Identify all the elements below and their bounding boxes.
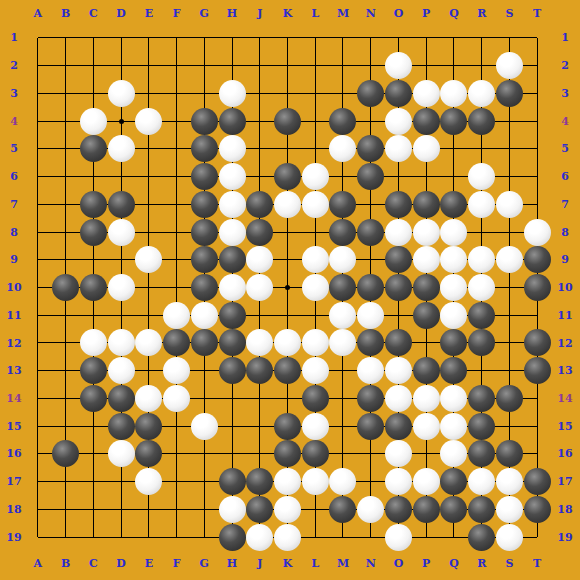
intersection-P17[interactable]: ○ [412, 468, 440, 496]
intersection-M13[interactable] [329, 357, 357, 385]
intersection-Q10[interactable]: ○ [440, 274, 468, 302]
intersection-F8[interactable] [163, 218, 191, 246]
intersection-J11[interactable] [246, 301, 274, 329]
intersection-L6[interactable]: ○ [301, 163, 329, 191]
intersection-M19[interactable] [329, 523, 357, 551]
intersection-R16[interactable]: ● [468, 440, 496, 468]
intersection-L12[interactable]: ○ [301, 329, 329, 357]
intersection-H6[interactable]: ○ [218, 163, 246, 191]
intersection-H4[interactable]: ● [218, 107, 246, 135]
intersection-Q7[interactable]: ● [440, 190, 468, 218]
intersection-N13[interactable]: ○ [357, 357, 385, 385]
intersection-G18[interactable] [190, 495, 218, 523]
intersection-M7[interactable]: ● [329, 190, 357, 218]
intersection-P13[interactable]: ● [412, 357, 440, 385]
intersection-D2[interactable] [107, 52, 135, 80]
intersection-G1[interactable] [190, 24, 218, 52]
intersection-R17[interactable]: ○ [468, 468, 496, 496]
intersection-N3[interactable]: ● [357, 79, 385, 107]
intersection-B3[interactable] [52, 79, 80, 107]
intersection-C5[interactable]: ● [79, 135, 107, 163]
intersection-O9[interactable]: ● [385, 246, 413, 274]
intersection-J2[interactable] [246, 52, 274, 80]
intersection-F4[interactable] [163, 107, 191, 135]
intersection-L7[interactable]: ○ [301, 190, 329, 218]
intersection-B8[interactable] [52, 218, 80, 246]
intersection-T16[interactable] [523, 440, 551, 468]
intersection-B4[interactable] [52, 107, 80, 135]
intersection-O18[interactable]: ● [385, 495, 413, 523]
intersection-C4[interactable]: ○ [79, 107, 107, 135]
intersection-C6[interactable] [79, 163, 107, 191]
intersection-R14[interactable]: ● [468, 385, 496, 413]
intersection-L4[interactable] [301, 107, 329, 135]
intersection-D12[interactable]: ○ [107, 329, 135, 357]
intersection-K14[interactable] [274, 385, 302, 413]
intersection-G6[interactable]: ● [190, 163, 218, 191]
intersection-Q14[interactable]: ○ [440, 385, 468, 413]
intersection-T10[interactable]: ● [523, 274, 551, 302]
intersection-M15[interactable] [329, 412, 357, 440]
intersection-L8[interactable] [301, 218, 329, 246]
intersection-M3[interactable] [329, 79, 357, 107]
intersection-F9[interactable] [163, 246, 191, 274]
intersection-G14[interactable] [190, 385, 218, 413]
intersection-S6[interactable] [495, 163, 523, 191]
intersection-F1[interactable] [163, 24, 191, 52]
intersection-J7[interactable]: ● [246, 190, 274, 218]
intersection-H19[interactable]: ● [218, 523, 246, 551]
intersection-R18[interactable]: ● [468, 495, 496, 523]
intersection-K4[interactable]: ● [274, 107, 302, 135]
intersection-Q1[interactable] [440, 24, 468, 52]
intersection-O16[interactable]: ○ [385, 440, 413, 468]
intersection-A12[interactable] [24, 329, 52, 357]
intersection-E9[interactable]: ○ [135, 246, 163, 274]
intersection-P4[interactable]: ● [412, 107, 440, 135]
intersection-C3[interactable] [79, 79, 107, 107]
intersection-B6[interactable] [52, 163, 80, 191]
intersection-T6[interactable] [523, 163, 551, 191]
intersection-C19[interactable] [79, 523, 107, 551]
intersection-L3[interactable] [301, 79, 329, 107]
intersection-C8[interactable]: ● [79, 218, 107, 246]
intersection-O17[interactable]: ○ [385, 468, 413, 496]
intersection-N12[interactable]: ● [357, 329, 385, 357]
intersection-O19[interactable]: ○ [385, 523, 413, 551]
intersection-N14[interactable]: ● [357, 385, 385, 413]
intersection-N6[interactable]: ● [357, 163, 385, 191]
intersection-E14[interactable]: ○ [135, 385, 163, 413]
intersection-A3[interactable] [24, 79, 52, 107]
intersection-S18[interactable]: ○ [495, 495, 523, 523]
intersection-G17[interactable] [190, 468, 218, 496]
intersection-K16[interactable]: ● [274, 440, 302, 468]
intersection-B13[interactable] [52, 357, 80, 385]
intersection-F6[interactable] [163, 163, 191, 191]
intersection-E5[interactable] [135, 135, 163, 163]
intersection-C2[interactable] [79, 52, 107, 80]
intersection-Q3[interactable]: ○ [440, 79, 468, 107]
intersection-T12[interactable]: ● [523, 329, 551, 357]
intersection-T15[interactable] [523, 412, 551, 440]
intersection-T2[interactable] [523, 52, 551, 80]
intersection-L5[interactable] [301, 135, 329, 163]
intersection-O6[interactable] [385, 163, 413, 191]
intersection-R8[interactable] [468, 218, 496, 246]
intersection-M4[interactable]: ● [329, 107, 357, 135]
intersection-L10[interactable]: ○ [301, 274, 329, 302]
intersection-J8[interactable]: ● [246, 218, 274, 246]
intersection-F3[interactable] [163, 79, 191, 107]
intersection-A7[interactable] [24, 190, 52, 218]
intersection-O15[interactable]: ● [385, 412, 413, 440]
intersection-C14[interactable]: ● [79, 385, 107, 413]
intersection-Q18[interactable]: ● [440, 495, 468, 523]
intersection-L13[interactable]: ○ [301, 357, 329, 385]
intersection-T9[interactable]: ● [523, 246, 551, 274]
intersection-H15[interactable] [218, 412, 246, 440]
intersection-P14[interactable]: ○ [412, 385, 440, 413]
intersection-G2[interactable] [190, 52, 218, 80]
intersection-O5[interactable]: ○ [385, 135, 413, 163]
intersection-Q8[interactable]: ○ [440, 218, 468, 246]
intersection-G19[interactable] [190, 523, 218, 551]
intersection-H11[interactable]: ● [218, 301, 246, 329]
intersection-F12[interactable]: ● [163, 329, 191, 357]
intersection-R12[interactable]: ● [468, 329, 496, 357]
intersection-P6[interactable] [412, 163, 440, 191]
intersection-M12[interactable]: ○ [329, 329, 357, 357]
intersection-O10[interactable]: ● [385, 274, 413, 302]
intersection-D16[interactable]: ○ [107, 440, 135, 468]
intersection-F19[interactable] [163, 523, 191, 551]
intersection-R9[interactable]: ○ [468, 246, 496, 274]
intersection-A14[interactable] [24, 385, 52, 413]
intersection-P3[interactable]: ○ [412, 79, 440, 107]
intersection-Q6[interactable] [440, 163, 468, 191]
intersection-B17[interactable] [52, 468, 80, 496]
intersection-R13[interactable] [468, 357, 496, 385]
intersection-B1[interactable] [52, 24, 80, 52]
intersection-R4[interactable]: ● [468, 107, 496, 135]
intersection-A19[interactable] [24, 523, 52, 551]
intersection-S8[interactable] [495, 218, 523, 246]
intersection-D14[interactable]: ● [107, 385, 135, 413]
intersection-J17[interactable]: ● [246, 468, 274, 496]
intersection-T1[interactable] [523, 24, 551, 52]
intersection-S13[interactable] [495, 357, 523, 385]
intersection-C11[interactable] [79, 301, 107, 329]
intersection-T14[interactable] [523, 385, 551, 413]
intersection-B9[interactable] [52, 246, 80, 274]
intersection-A16[interactable] [24, 440, 52, 468]
intersection-D3[interactable]: ○ [107, 79, 135, 107]
intersection-C9[interactable] [79, 246, 107, 274]
intersection-P11[interactable]: ● [412, 301, 440, 329]
intersection-E12[interactable]: ○ [135, 329, 163, 357]
intersection-B15[interactable] [52, 412, 80, 440]
intersection-N9[interactable] [357, 246, 385, 274]
intersection-A15[interactable] [24, 412, 52, 440]
intersection-L19[interactable] [301, 523, 329, 551]
intersection-P1[interactable] [412, 24, 440, 52]
intersection-D8[interactable]: ○ [107, 218, 135, 246]
intersection-J12[interactable]: ○ [246, 329, 274, 357]
intersection-C15[interactable] [79, 412, 107, 440]
intersection-A5[interactable] [24, 135, 52, 163]
intersection-D6[interactable] [107, 163, 135, 191]
intersection-Q12[interactable]: ● [440, 329, 468, 357]
intersection-S3[interactable]: ● [495, 79, 523, 107]
intersection-H10[interactable]: ○ [218, 274, 246, 302]
intersection-E11[interactable] [135, 301, 163, 329]
intersection-R19[interactable]: ● [468, 523, 496, 551]
intersection-H2[interactable] [218, 52, 246, 80]
intersection-G15[interactable]: ○ [190, 412, 218, 440]
intersection-T8[interactable]: ○ [523, 218, 551, 246]
intersection-H5[interactable]: ○ [218, 135, 246, 163]
intersection-E17[interactable]: ○ [135, 468, 163, 496]
intersection-S2[interactable]: ○ [495, 52, 523, 80]
intersection-Q9[interactable]: ○ [440, 246, 468, 274]
intersection-S17[interactable]: ○ [495, 468, 523, 496]
intersection-G11[interactable]: ○ [190, 301, 218, 329]
intersection-L17[interactable]: ○ [301, 468, 329, 496]
intersection-S11[interactable] [495, 301, 523, 329]
intersection-L16[interactable]: ● [301, 440, 329, 468]
intersection-G8[interactable]: ● [190, 218, 218, 246]
intersection-D15[interactable]: ● [107, 412, 135, 440]
intersection-E16[interactable]: ● [135, 440, 163, 468]
intersection-P19[interactable] [412, 523, 440, 551]
intersection-P16[interactable] [412, 440, 440, 468]
intersection-K15[interactable]: ● [274, 412, 302, 440]
intersection-K9[interactable] [274, 246, 302, 274]
intersection-J3[interactable] [246, 79, 274, 107]
intersection-M16[interactable] [329, 440, 357, 468]
intersection-G9[interactable]: ● [190, 246, 218, 274]
intersection-S1[interactable] [495, 24, 523, 52]
intersection-A8[interactable] [24, 218, 52, 246]
intersection-N4[interactable] [357, 107, 385, 135]
intersection-N18[interactable]: ○ [357, 495, 385, 523]
intersection-R7[interactable]: ○ [468, 190, 496, 218]
intersection-K17[interactable]: ○ [274, 468, 302, 496]
intersection-H9[interactable]: ● [218, 246, 246, 274]
intersection-E8[interactable] [135, 218, 163, 246]
intersection-H18[interactable]: ○ [218, 495, 246, 523]
intersection-N2[interactable] [357, 52, 385, 80]
intersection-J9[interactable]: ○ [246, 246, 274, 274]
intersection-A17[interactable] [24, 468, 52, 496]
intersection-H12[interactable]: ● [218, 329, 246, 357]
intersection-Q2[interactable] [440, 52, 468, 80]
intersection-Q17[interactable]: ● [440, 468, 468, 496]
intersection-S16[interactable]: ● [495, 440, 523, 468]
intersection-M6[interactable] [329, 163, 357, 191]
intersection-T18[interactable]: ● [523, 495, 551, 523]
intersection-A18[interactable] [24, 495, 52, 523]
intersection-T13[interactable]: ● [523, 357, 551, 385]
intersection-B14[interactable] [52, 385, 80, 413]
intersection-B10[interactable]: ● [52, 274, 80, 302]
intersection-R2[interactable] [468, 52, 496, 80]
intersection-B5[interactable] [52, 135, 80, 163]
intersection-R11[interactable]: ● [468, 301, 496, 329]
intersection-K8[interactable] [274, 218, 302, 246]
intersection-Q4[interactable]: ● [440, 107, 468, 135]
intersection-F11[interactable]: ○ [163, 301, 191, 329]
intersection-P2[interactable] [412, 52, 440, 80]
intersection-K18[interactable]: ○ [274, 495, 302, 523]
intersection-E4[interactable]: ○ [135, 107, 163, 135]
intersection-J4[interactable] [246, 107, 274, 135]
intersection-K3[interactable] [274, 79, 302, 107]
intersection-E10[interactable] [135, 274, 163, 302]
intersection-E18[interactable] [135, 495, 163, 523]
intersection-R3[interactable]: ○ [468, 79, 496, 107]
intersection-O11[interactable] [385, 301, 413, 329]
intersection-M11[interactable]: ○ [329, 301, 357, 329]
intersection-B19[interactable] [52, 523, 80, 551]
intersection-A9[interactable] [24, 246, 52, 274]
intersection-E1[interactable] [135, 24, 163, 52]
intersection-M1[interactable] [329, 24, 357, 52]
intersection-Q5[interactable] [440, 135, 468, 163]
intersection-L1[interactable] [301, 24, 329, 52]
intersection-B2[interactable] [52, 52, 80, 80]
intersection-D1[interactable] [107, 24, 135, 52]
intersection-N11[interactable]: ○ [357, 301, 385, 329]
intersection-Q15[interactable]: ○ [440, 412, 468, 440]
intersection-B7[interactable] [52, 190, 80, 218]
intersection-M17[interactable]: ○ [329, 468, 357, 496]
intersection-S15[interactable] [495, 412, 523, 440]
intersection-K7[interactable]: ○ [274, 190, 302, 218]
intersection-R10[interactable]: ○ [468, 274, 496, 302]
intersection-N8[interactable]: ● [357, 218, 385, 246]
intersection-N1[interactable] [357, 24, 385, 52]
intersection-O8[interactable]: ○ [385, 218, 413, 246]
intersection-G13[interactable] [190, 357, 218, 385]
intersection-M8[interactable]: ● [329, 218, 357, 246]
intersection-Q19[interactable] [440, 523, 468, 551]
intersection-T19[interactable] [523, 523, 551, 551]
intersection-J10[interactable]: ○ [246, 274, 274, 302]
intersection-M10[interactable]: ● [329, 274, 357, 302]
intersection-M18[interactable]: ● [329, 495, 357, 523]
intersection-F18[interactable] [163, 495, 191, 523]
intersection-L2[interactable] [301, 52, 329, 80]
intersection-F5[interactable] [163, 135, 191, 163]
intersection-K13[interactable]: ● [274, 357, 302, 385]
intersection-M2[interactable] [329, 52, 357, 80]
intersection-O4[interactable]: ○ [385, 107, 413, 135]
intersection-L14[interactable]: ● [301, 385, 329, 413]
intersection-S12[interactable] [495, 329, 523, 357]
intersection-E15[interactable]: ● [135, 412, 163, 440]
intersection-P15[interactable]: ○ [412, 412, 440, 440]
intersection-B11[interactable] [52, 301, 80, 329]
intersection-F10[interactable] [163, 274, 191, 302]
intersection-E19[interactable] [135, 523, 163, 551]
intersection-G5[interactable]: ● [190, 135, 218, 163]
intersection-P8[interactable]: ○ [412, 218, 440, 246]
intersection-B18[interactable] [52, 495, 80, 523]
intersection-K19[interactable]: ○ [274, 523, 302, 551]
intersection-A1[interactable] [24, 24, 52, 52]
intersection-F13[interactable]: ○ [163, 357, 191, 385]
intersection-Q16[interactable]: ○ [440, 440, 468, 468]
intersection-D9[interactable] [107, 246, 135, 274]
intersection-B16[interactable]: ● [52, 440, 80, 468]
intersection-C17[interactable] [79, 468, 107, 496]
intersection-T11[interactable] [523, 301, 551, 329]
intersection-K2[interactable] [274, 52, 302, 80]
intersection-E7[interactable] [135, 190, 163, 218]
intersection-H3[interactable]: ○ [218, 79, 246, 107]
intersection-D17[interactable] [107, 468, 135, 496]
intersection-C7[interactable]: ● [79, 190, 107, 218]
intersection-D11[interactable] [107, 301, 135, 329]
intersection-T17[interactable]: ● [523, 468, 551, 496]
intersection-K5[interactable] [274, 135, 302, 163]
intersection-F7[interactable] [163, 190, 191, 218]
intersection-J18[interactable]: ● [246, 495, 274, 523]
intersection-K6[interactable]: ● [274, 163, 302, 191]
intersection-L15[interactable]: ○ [301, 412, 329, 440]
intersection-H1[interactable] [218, 24, 246, 52]
intersection-L9[interactable]: ○ [301, 246, 329, 274]
intersection-R6[interactable]: ○ [468, 163, 496, 191]
intersection-A4[interactable] [24, 107, 52, 135]
intersection-S5[interactable] [495, 135, 523, 163]
intersection-G3[interactable] [190, 79, 218, 107]
intersection-L11[interactable] [301, 301, 329, 329]
intersection-D19[interactable] [107, 523, 135, 551]
intersection-C13[interactable]: ● [79, 357, 107, 385]
intersection-O1[interactable] [385, 24, 413, 52]
intersection-G7[interactable]: ● [190, 190, 218, 218]
intersection-A6[interactable] [24, 163, 52, 191]
intersection-O13[interactable]: ○ [385, 357, 413, 385]
intersection-A13[interactable] [24, 357, 52, 385]
intersection-O2[interactable]: ○ [385, 52, 413, 80]
intersection-E2[interactable] [135, 52, 163, 80]
intersection-O7[interactable]: ● [385, 190, 413, 218]
intersection-C10[interactable]: ● [79, 274, 107, 302]
intersection-G12[interactable]: ● [190, 329, 218, 357]
intersection-J13[interactable]: ● [246, 357, 274, 385]
intersection-N19[interactable] [357, 523, 385, 551]
intersection-E3[interactable] [135, 79, 163, 107]
intersection-M9[interactable]: ○ [329, 246, 357, 274]
intersection-P7[interactable]: ● [412, 190, 440, 218]
intersection-H13[interactable]: ● [218, 357, 246, 385]
intersection-N5[interactable]: ● [357, 135, 385, 163]
intersection-C16[interactable] [79, 440, 107, 468]
intersection-N10[interactable]: ● [357, 274, 385, 302]
intersection-N15[interactable]: ● [357, 412, 385, 440]
intersection-H8[interactable]: ○ [218, 218, 246, 246]
intersection-F17[interactable] [163, 468, 191, 496]
intersection-T4[interactable] [523, 107, 551, 135]
intersection-A10[interactable] [24, 274, 52, 302]
intersection-D7[interactable]: ● [107, 190, 135, 218]
intersection-J19[interactable]: ○ [246, 523, 274, 551]
intersection-O3[interactable]: ● [385, 79, 413, 107]
